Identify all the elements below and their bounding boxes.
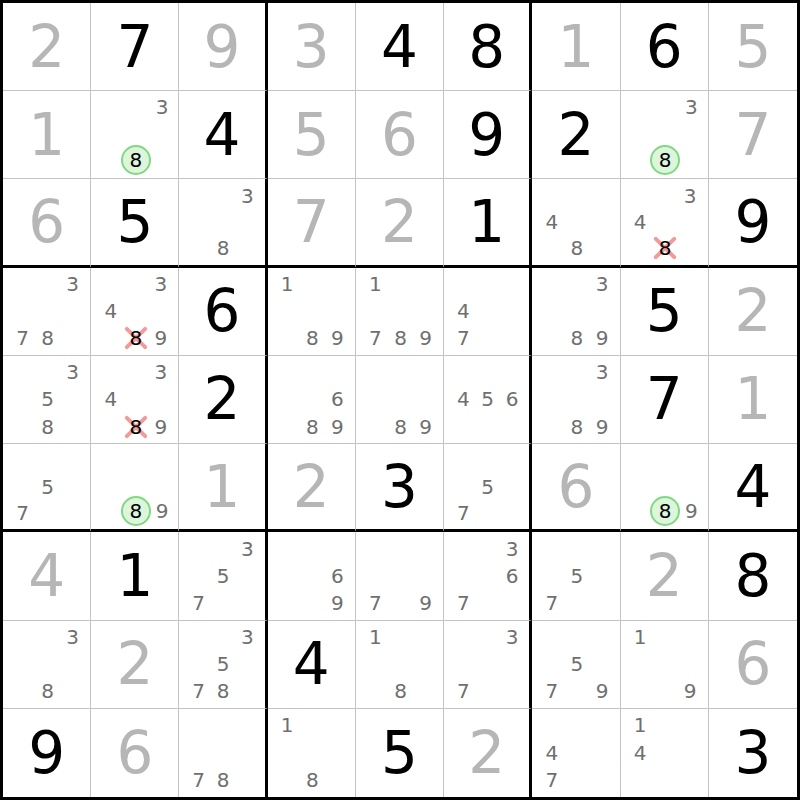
solved-digit: 6 xyxy=(116,724,153,782)
candidate-slot-2 xyxy=(564,182,589,208)
given-digit: 4 xyxy=(293,635,330,693)
candidate-slot-2 xyxy=(650,94,680,120)
candidate-grid: 38 xyxy=(186,182,259,261)
cell-r5c5[interactable]: 89 xyxy=(356,356,444,444)
candidate-slot-4 xyxy=(186,562,210,589)
candidate-digit: 6 xyxy=(331,564,344,588)
cell-r2c8[interactable]: 38 xyxy=(621,91,709,179)
cell-r3c6[interactable]: 1 xyxy=(444,179,532,267)
candidate-slot-6 xyxy=(678,209,703,235)
cell-r1c2[interactable]: 7 xyxy=(91,3,179,91)
candidate-slot-5: 5 xyxy=(476,474,500,500)
candidate-slot-1 xyxy=(539,359,564,386)
solved-digit: 5 xyxy=(293,106,330,164)
candidate-digit: 8 xyxy=(217,236,230,260)
cell-r3c8[interactable]: 348 xyxy=(621,179,709,267)
candidate-digit: 8 xyxy=(571,326,584,350)
cell-r3c5[interactable]: 2 xyxy=(356,179,444,267)
cell-r3c2[interactable]: 5 xyxy=(91,179,179,267)
candidate-slot-7: 7 xyxy=(10,325,35,352)
candidate-slot-6 xyxy=(413,562,438,589)
solved-digit: 4 xyxy=(28,547,65,605)
candidate-slot-4: 4 xyxy=(628,739,653,766)
candidate-slot-4 xyxy=(539,386,564,413)
candidate-slot-3 xyxy=(413,271,438,298)
candidate-slot-8 xyxy=(564,589,589,616)
candidate-digit: 9 xyxy=(155,415,168,439)
given-digit: 9 xyxy=(468,106,505,164)
cell-r9c4[interactable]: 18 xyxy=(268,709,356,797)
candidate-digit: 9 xyxy=(331,415,344,439)
candidate-slot-1: 1 xyxy=(628,624,653,651)
cell-r8c3[interactable]: 3578 xyxy=(179,621,267,709)
cell-r5c6[interactable]: 456 xyxy=(444,356,532,444)
candidate-slot-3: 3 xyxy=(148,359,173,386)
candidate-grid: 78 xyxy=(186,712,259,794)
cell-r7c8[interactable]: 2 xyxy=(621,532,709,620)
candidate-slot-6 xyxy=(413,298,438,325)
candidate-slot-6 xyxy=(589,739,614,766)
solved-digit: 1 xyxy=(557,18,594,76)
cell-r1c7[interactable]: 1 xyxy=(532,3,620,91)
candidate-grid: 18 xyxy=(363,624,438,705)
candidate-slot-6: 6 xyxy=(325,562,350,589)
candidate-slot-7: 7 xyxy=(363,589,388,616)
candidate-slot-5: 5 xyxy=(211,651,235,678)
candidate-digit: 9 xyxy=(331,591,344,615)
candidate-eliminated: 8 xyxy=(659,236,672,260)
candidate-slot-8: 8 xyxy=(300,413,325,440)
candidate-slot-7: 7 xyxy=(539,767,564,794)
candidate-digit: 8 xyxy=(41,415,54,439)
candidate-slot-1 xyxy=(10,624,35,651)
given-digit: 9 xyxy=(28,724,65,782)
candidate-slot-7 xyxy=(98,413,123,440)
candidate-slot-5 xyxy=(35,298,60,325)
cell-r5c2[interactable]: 3489 xyxy=(91,356,179,444)
candidate-digit: 4 xyxy=(104,387,117,411)
candidate-slot-1 xyxy=(10,447,35,473)
candidate-digit: 1 xyxy=(369,625,382,649)
candidate-slot-1 xyxy=(363,535,388,562)
candidate-grid: 14 xyxy=(628,712,703,794)
candidate-slot-7 xyxy=(539,325,564,352)
candidate-grid: 367 xyxy=(451,535,524,616)
candidate-slot-1: 1 xyxy=(363,624,388,651)
candidate-digit: 7 xyxy=(457,679,470,703)
cell-r1c4[interactable]: 3 xyxy=(268,3,356,91)
candidate-slot-9: 9 xyxy=(148,413,173,440)
candidate-digit: 8 xyxy=(217,679,230,703)
candidate-slot-4 xyxy=(451,651,475,678)
solved-digit: 7 xyxy=(734,106,771,164)
candidate-slot-6 xyxy=(60,474,85,500)
candidate-digit: 4 xyxy=(634,210,647,234)
candidate-slot-3: 3 xyxy=(235,624,259,651)
cell-r6c5[interactable]: 3 xyxy=(356,444,444,532)
candidate-grid: 348 xyxy=(628,182,703,261)
cell-r9c3[interactable]: 78 xyxy=(179,709,267,797)
candidate-slot-2 xyxy=(35,624,60,651)
cell-r6c2[interactable]: 89 xyxy=(91,444,179,532)
candidate-slot-3 xyxy=(678,712,703,739)
candidate-slot-8: 8 xyxy=(388,325,413,352)
candidate-slot-2 xyxy=(476,359,500,386)
candidate-grid: 47 xyxy=(451,271,524,352)
candidate-digit: 5 xyxy=(217,652,230,676)
candidate-slot-5 xyxy=(653,209,678,235)
candidate-slot-9: 9 xyxy=(680,496,703,526)
candidate-slot-8 xyxy=(476,678,500,705)
candidate-slot-3 xyxy=(589,535,614,562)
solved-digit: 1 xyxy=(204,458,241,516)
candidate-slot-1 xyxy=(186,712,210,739)
candidate-slot-3: 3 xyxy=(678,182,703,208)
candidate-digit: 7 xyxy=(457,326,470,350)
cell-r4c4[interactable]: 189 xyxy=(268,268,356,356)
cell-r6c1[interactable]: 57 xyxy=(3,444,91,532)
candidate-digit: 7 xyxy=(16,501,29,525)
candidate-slot-2 xyxy=(211,182,235,208)
candidate-grid: 689 xyxy=(275,359,350,440)
cell-r1c8[interactable]: 6 xyxy=(621,3,709,91)
cell-r1c3[interactable]: 9 xyxy=(179,3,267,91)
candidate-slot-3 xyxy=(151,447,174,472)
candidate-slot-4: 4 xyxy=(539,209,564,235)
candidate-slot-1 xyxy=(451,624,475,651)
cell-r8c6[interactable]: 37 xyxy=(444,621,532,709)
candidate-slot-9 xyxy=(60,678,85,705)
candidate-slot-8 xyxy=(476,413,500,440)
candidate-slot-7 xyxy=(628,496,651,526)
cell-r9c6[interactable]: 2 xyxy=(444,709,532,797)
cell-r9c1[interactable]: 9 xyxy=(3,709,91,797)
given-digit: 5 xyxy=(381,724,418,782)
cell-r6c7[interactable]: 6 xyxy=(532,444,620,532)
cell-r5c8[interactable]: 7 xyxy=(621,356,709,444)
candidate-grid: 57 xyxy=(539,535,614,616)
candidate-slot-4 xyxy=(98,472,121,497)
cell-r5c3[interactable]: 2 xyxy=(179,356,267,444)
candidate-digit: 8 xyxy=(41,679,54,703)
candidate-grid: 48 xyxy=(539,182,614,261)
cell-r5c7[interactable]: 389 xyxy=(532,356,620,444)
candidate-slot-3: 3 xyxy=(60,624,85,651)
cell-r1c5[interactable]: 4 xyxy=(356,3,444,91)
candidate-slot-8: 8 xyxy=(564,413,589,440)
candidate-slot-6 xyxy=(60,298,85,325)
candidate-slot-9 xyxy=(500,325,524,352)
cell-r4c8[interactable]: 5 xyxy=(621,268,709,356)
cell-r7c9[interactable]: 8 xyxy=(709,532,797,620)
cell-r4c1[interactable]: 378 xyxy=(3,268,91,356)
candidate-slot-5: 5 xyxy=(564,562,589,589)
candidate-slot-8: 8 xyxy=(123,325,148,352)
candidate-slot-5 xyxy=(476,562,500,589)
candidate-slot-2 xyxy=(476,271,500,298)
candidate-slot-2 xyxy=(211,712,235,739)
candidate-slot-5 xyxy=(564,298,589,325)
candidate-slot-2 xyxy=(388,535,413,562)
cell-r8c4[interactable]: 4 xyxy=(268,621,356,709)
candidate-slot-2 xyxy=(653,712,678,739)
candidate-digit: 7 xyxy=(16,326,29,350)
candidate-slot-7: 7 xyxy=(451,500,475,526)
candidate-slot-6 xyxy=(413,651,438,678)
cell-r3c3[interactable]: 38 xyxy=(179,179,267,267)
candidate-slot-3 xyxy=(680,447,703,472)
candidate-slot-9: 9 xyxy=(325,589,350,616)
candidate-slot-5 xyxy=(121,120,151,146)
given-digit: 1 xyxy=(468,193,505,251)
candidate-slot-7 xyxy=(275,767,300,794)
candidate-digit: 4 xyxy=(104,299,117,323)
candidate-slot-5 xyxy=(211,739,235,766)
candidate-slot-8: 8 xyxy=(650,496,680,526)
candidate-slot-6 xyxy=(60,651,85,678)
candidate-slot-8 xyxy=(653,767,678,794)
candidate-slot-8: 8 xyxy=(35,325,60,352)
cell-r2c7[interactable]: 2 xyxy=(532,91,620,179)
candidate-grid: 89 xyxy=(98,447,173,526)
cell-r9c5[interactable]: 5 xyxy=(356,709,444,797)
candidate-slot-9: 9 xyxy=(325,325,350,352)
cell-r5c4[interactable]: 689 xyxy=(268,356,356,444)
candidate-slot-6: 6 xyxy=(325,386,350,413)
cell-r6c8[interactable]: 89 xyxy=(621,444,709,532)
candidate-digit: 7 xyxy=(457,591,470,615)
cell-r6c9[interactable]: 4 xyxy=(709,444,797,532)
candidate-slot-5 xyxy=(564,739,589,766)
candidate-slot-7: 7 xyxy=(451,589,475,616)
cell-r8c8[interactable]: 19 xyxy=(621,621,709,709)
candidate-slot-1 xyxy=(275,535,300,562)
candidate-slot-9 xyxy=(680,145,703,175)
candidate-digit: 3 xyxy=(66,360,79,384)
cell-r8c5[interactable]: 18 xyxy=(356,621,444,709)
candidate-digit: 8 xyxy=(41,326,54,350)
solved-digit: 2 xyxy=(468,724,505,782)
candidate-slot-9 xyxy=(500,413,524,440)
candidate-digit: 1 xyxy=(634,713,647,737)
cell-r4c9[interactable]: 2 xyxy=(709,268,797,356)
candidate-slot-8: 8 xyxy=(121,145,151,175)
candidate-slot-4 xyxy=(10,474,35,500)
cell-r3c7[interactable]: 48 xyxy=(532,179,620,267)
candidate-digit: 9 xyxy=(596,679,609,703)
candidate-slot-4 xyxy=(451,474,475,500)
cell-r2c1[interactable]: 1 xyxy=(3,91,91,179)
candidate-slot-5 xyxy=(121,472,151,497)
candidate-slot-1 xyxy=(539,271,564,298)
candidate-slot-9: 9 xyxy=(678,678,703,705)
cell-r5c1[interactable]: 358 xyxy=(3,356,91,444)
sudoku-board: 2793481651384569238765387214834893783489… xyxy=(0,0,800,800)
candidate-slot-5 xyxy=(300,298,325,325)
candidate-slot-7: 7 xyxy=(186,589,210,616)
candidate-slot-4 xyxy=(275,298,300,325)
candidate-slot-9: 9 xyxy=(589,678,614,705)
candidate-slot-9 xyxy=(678,767,703,794)
cell-r1c9[interactable]: 5 xyxy=(709,3,797,91)
cell-r5c9[interactable]: 1 xyxy=(709,356,797,444)
candidate-digit: 3 xyxy=(66,272,79,296)
cell-r9c9[interactable]: 3 xyxy=(709,709,797,797)
solved-digit: 2 xyxy=(646,547,683,605)
candidate-circled: 8 xyxy=(650,145,680,175)
cell-r2c4[interactable]: 5 xyxy=(268,91,356,179)
candidate-slot-8 xyxy=(564,678,589,705)
cell-r6c4[interactable]: 2 xyxy=(268,444,356,532)
candidate-digit: 3 xyxy=(66,625,79,649)
cell-r7c7[interactable]: 57 xyxy=(532,532,620,620)
candidate-slot-9 xyxy=(151,145,174,175)
candidate-slot-6 xyxy=(589,209,614,235)
candidate-slot-9: 9 xyxy=(413,325,438,352)
candidate-digit: 9 xyxy=(596,326,609,350)
cell-r8c2[interactable]: 2 xyxy=(91,621,179,709)
candidate-grid: 579 xyxy=(539,624,614,705)
cell-r6c3[interactable]: 1 xyxy=(179,444,267,532)
candidate-digit: 7 xyxy=(545,591,558,615)
cell-r8c9[interactable]: 6 xyxy=(709,621,797,709)
solved-digit: 3 xyxy=(293,18,330,76)
cell-r9c7[interactable]: 47 xyxy=(532,709,620,797)
cell-r4c7[interactable]: 389 xyxy=(532,268,620,356)
cell-r7c2[interactable]: 1 xyxy=(91,532,179,620)
cell-r6c6[interactable]: 57 xyxy=(444,444,532,532)
cell-r8c7[interactable]: 579 xyxy=(532,621,620,709)
candidate-grid: 3489 xyxy=(98,359,173,440)
candidate-slot-5 xyxy=(476,651,500,678)
candidate-slot-2 xyxy=(653,182,678,208)
cell-r7c5[interactable]: 79 xyxy=(356,532,444,620)
cell-r1c6[interactable]: 8 xyxy=(444,3,532,91)
candidate-digit: 3 xyxy=(596,272,609,296)
candidate-slot-3: 3 xyxy=(148,271,173,298)
candidate-slot-2 xyxy=(476,624,500,651)
cell-r2c5[interactable]: 6 xyxy=(356,91,444,179)
candidate-slot-4 xyxy=(363,386,388,413)
candidate-slot-3: 3 xyxy=(235,535,259,562)
candidate-slot-9 xyxy=(500,678,524,705)
candidate-slot-3 xyxy=(60,447,85,473)
candidate-digit: 9 xyxy=(596,415,609,439)
candidate-slot-3 xyxy=(589,624,614,651)
candidate-slot-7 xyxy=(451,413,475,440)
candidate-digit: 1 xyxy=(281,272,294,296)
cell-r7c6[interactable]: 367 xyxy=(444,532,532,620)
cell-r4c2[interactable]: 3489 xyxy=(91,268,179,356)
given-digit: 9 xyxy=(734,193,771,251)
given-digit: 8 xyxy=(734,547,771,605)
candidate-slot-4 xyxy=(363,562,388,589)
candidate-slot-7: 7 xyxy=(186,678,210,705)
cell-r7c4[interactable]: 69 xyxy=(268,532,356,620)
candidate-slot-8: 8 xyxy=(35,678,60,705)
candidate-slot-1: 1 xyxy=(363,271,388,298)
candidate-slot-5 xyxy=(476,298,500,325)
candidate-digit: 3 xyxy=(155,272,168,296)
candidate-slot-7 xyxy=(98,145,121,175)
cell-r4c6[interactable]: 47 xyxy=(444,268,532,356)
candidate-slot-9 xyxy=(60,500,85,526)
candidate-slot-8: 8 xyxy=(650,145,680,175)
cell-r9c2[interactable]: 6 xyxy=(91,709,179,797)
candidate-slot-3 xyxy=(413,535,438,562)
candidate-slot-2 xyxy=(123,271,148,298)
cell-r3c4[interactable]: 7 xyxy=(268,179,356,267)
candidate-digit: 3 xyxy=(156,95,169,119)
candidate-slot-4 xyxy=(628,120,651,146)
candidate-slot-1 xyxy=(363,359,388,386)
candidate-slot-8 xyxy=(35,500,60,526)
candidate-slot-8: 8 xyxy=(211,678,235,705)
candidate-grid: 389 xyxy=(539,359,614,440)
candidate-slot-9 xyxy=(589,767,614,794)
cell-r2c9[interactable]: 7 xyxy=(709,91,797,179)
cell-r3c9[interactable]: 9 xyxy=(709,179,797,267)
cell-r3c1[interactable]: 6 xyxy=(3,179,91,267)
candidate-grid: 37 xyxy=(451,624,524,705)
candidate-grid: 189 xyxy=(275,271,350,352)
candidate-slot-4 xyxy=(363,651,388,678)
candidate-slot-8: 8 xyxy=(211,235,235,261)
candidate-slot-4 xyxy=(363,298,388,325)
candidate-slot-6 xyxy=(413,386,438,413)
candidate-slot-6 xyxy=(680,120,703,146)
cell-r2c3[interactable]: 4 xyxy=(179,91,267,179)
candidate-slot-8: 8 xyxy=(653,235,678,261)
candidate-slot-1 xyxy=(10,359,35,386)
candidate-digit: 7 xyxy=(192,679,205,703)
candidate-slot-9: 9 xyxy=(413,413,438,440)
candidate-digit: 6 xyxy=(331,387,344,411)
candidate-slot-8 xyxy=(564,767,589,794)
cell-r9c8[interactable]: 14 xyxy=(621,709,709,797)
candidate-slot-2 xyxy=(564,271,589,298)
candidate-slot-8: 8 xyxy=(35,413,60,440)
candidate-slot-8: 8 xyxy=(388,678,413,705)
cell-r4c5[interactable]: 1789 xyxy=(356,268,444,356)
cell-r7c1[interactable]: 4 xyxy=(3,532,91,620)
candidate-slot-5 xyxy=(35,651,60,678)
cell-r4c3[interactable]: 6 xyxy=(179,268,267,356)
candidate-digit: 3 xyxy=(684,184,697,208)
candidate-slot-4 xyxy=(275,739,300,766)
cell-r2c2[interactable]: 38 xyxy=(91,91,179,179)
cell-r1c1[interactable]: 2 xyxy=(3,3,91,91)
cell-r8c1[interactable]: 38 xyxy=(3,621,91,709)
candidate-circled: 8 xyxy=(650,496,680,526)
candidate-slot-6 xyxy=(60,386,85,413)
cell-r7c3[interactable]: 357 xyxy=(179,532,267,620)
candidate-slot-5 xyxy=(650,472,680,497)
cell-r2c6[interactable]: 9 xyxy=(444,91,532,179)
candidate-slot-1 xyxy=(98,359,123,386)
candidate-slot-2 xyxy=(388,271,413,298)
candidate-slot-1: 1 xyxy=(275,712,300,739)
candidate-slot-2 xyxy=(388,359,413,386)
candidate-grid: 38 xyxy=(628,94,703,175)
candidate-slot-7: 7 xyxy=(539,678,564,705)
candidate-slot-7 xyxy=(10,678,35,705)
solved-digit: 1 xyxy=(28,106,65,164)
candidate-slot-6 xyxy=(235,209,259,235)
candidate-slot-9 xyxy=(325,767,350,794)
candidate-slot-9: 9 xyxy=(413,589,438,616)
candidate-slot-2 xyxy=(300,712,325,739)
